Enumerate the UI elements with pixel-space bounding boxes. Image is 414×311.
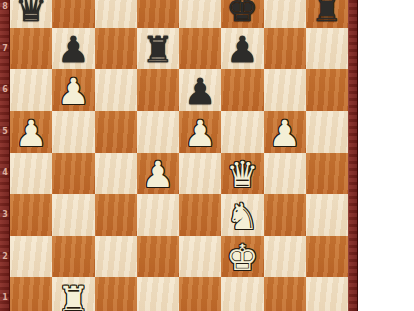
square-a1[interactable] (10, 277, 52, 311)
piece-white-king-f2[interactable]: ♚ (226, 240, 258, 277)
square-e8[interactable] (179, 0, 221, 28)
square-d2[interactable] (137, 236, 179, 278)
square-d6[interactable] (137, 69, 179, 111)
square-b1[interactable]: ♜ (52, 277, 94, 311)
square-g4[interactable] (264, 153, 306, 195)
square-a8[interactable]: ♛ (10, 0, 52, 28)
rank-label-8: 8 (0, 2, 10, 12)
square-b7[interactable]: ♟ (52, 28, 94, 70)
piece-black-pawn-e6[interactable]: ♟ (184, 74, 216, 111)
square-d5[interactable] (137, 111, 179, 153)
square-g3[interactable] (264, 194, 306, 236)
square-b2[interactable] (52, 236, 94, 278)
square-d8[interactable] (137, 0, 179, 28)
piece-white-knight-f3[interactable]: ♞ (226, 199, 258, 236)
rank-label-6: 6 (0, 85, 10, 95)
square-b8[interactable] (52, 0, 94, 28)
chess-board-grid: ♛♚♜♟♜♟♟♟♟♟♟♟♛♞♚♜ (10, 0, 348, 311)
piece-white-pawn-d4[interactable]: ♟ (142, 157, 174, 194)
rank-label-7: 7 (0, 44, 10, 54)
square-e5[interactable]: ♟ (179, 111, 221, 153)
rank-label-2: 2 (0, 252, 10, 262)
square-f5[interactable] (221, 111, 263, 153)
piece-black-queen-a8[interactable]: ♛ (15, 0, 47, 28)
square-a7[interactable] (10, 28, 52, 70)
square-f2[interactable]: ♚ (221, 236, 263, 278)
square-g5[interactable]: ♟ (264, 111, 306, 153)
square-c8[interactable] (95, 0, 137, 28)
piece-white-pawn-a5[interactable]: ♟ (15, 116, 47, 153)
piece-black-rook-h8[interactable]: ♜ (311, 0, 343, 28)
piece-white-pawn-e5[interactable]: ♟ (184, 116, 216, 153)
square-e4[interactable] (179, 153, 221, 195)
piece-white-pawn-g5[interactable]: ♟ (268, 116, 300, 153)
square-b3[interactable] (52, 194, 94, 236)
square-h7[interactable] (306, 28, 348, 70)
square-d4[interactable]: ♟ (137, 153, 179, 195)
rank-label-4: 4 (0, 168, 10, 178)
square-c6[interactable] (95, 69, 137, 111)
rank-label-5: 5 (0, 127, 10, 137)
square-c3[interactable] (95, 194, 137, 236)
square-c5[interactable] (95, 111, 137, 153)
square-h4[interactable] (306, 153, 348, 195)
square-a5[interactable]: ♟ (10, 111, 52, 153)
piece-white-queen-f4[interactable]: ♛ (226, 157, 258, 194)
square-a2[interactable] (10, 236, 52, 278)
square-g2[interactable] (264, 236, 306, 278)
piece-black-king-f8[interactable]: ♚ (226, 0, 258, 28)
square-d7[interactable]: ♜ (137, 28, 179, 70)
square-a4[interactable] (10, 153, 52, 195)
square-a6[interactable] (10, 69, 52, 111)
square-e3[interactable] (179, 194, 221, 236)
square-c4[interactable] (95, 153, 137, 195)
square-a3[interactable] (10, 194, 52, 236)
square-f4[interactable]: ♛ (221, 153, 263, 195)
square-h8[interactable]: ♜ (306, 0, 348, 28)
board-frame-right (348, 0, 358, 311)
square-h1[interactable] (306, 277, 348, 311)
square-e2[interactable] (179, 236, 221, 278)
square-c2[interactable] (95, 236, 137, 278)
square-f3[interactable]: ♞ (221, 194, 263, 236)
square-h5[interactable] (306, 111, 348, 153)
square-b6[interactable]: ♟ (52, 69, 94, 111)
piece-black-pawn-b7[interactable]: ♟ (57, 32, 89, 69)
piece-white-pawn-b6[interactable]: ♟ (57, 74, 89, 111)
square-f1[interactable] (221, 277, 263, 311)
square-e1[interactable] (179, 277, 221, 311)
square-g7[interactable] (264, 28, 306, 70)
square-g1[interactable] (264, 277, 306, 311)
square-h3[interactable] (306, 194, 348, 236)
square-b5[interactable] (52, 111, 94, 153)
chess-board-screenshot: 8 7 6 5 4 3 2 1 ♛♚♜♟♜♟♟♟♟♟♟♟♛♞♚♜ (0, 0, 414, 311)
square-c7[interactable] (95, 28, 137, 70)
square-h6[interactable] (306, 69, 348, 111)
square-b4[interactable] (52, 153, 94, 195)
square-d3[interactable] (137, 194, 179, 236)
square-e7[interactable] (179, 28, 221, 70)
square-g6[interactable] (264, 69, 306, 111)
piece-black-pawn-f7[interactable]: ♟ (226, 32, 258, 69)
square-h2[interactable] (306, 236, 348, 278)
piece-black-rook-d7[interactable]: ♜ (142, 32, 174, 69)
piece-white-rook-b1[interactable]: ♜ (57, 282, 89, 311)
square-f7[interactable]: ♟ (221, 28, 263, 70)
square-d1[interactable] (137, 277, 179, 311)
rank-label-3: 3 (0, 210, 10, 220)
square-e6[interactable]: ♟ (179, 69, 221, 111)
rank-label-1: 1 (0, 293, 10, 303)
square-g8[interactable] (264, 0, 306, 28)
square-f8[interactable]: ♚ (221, 0, 263, 28)
square-c1[interactable] (95, 277, 137, 311)
square-f6[interactable] (221, 69, 263, 111)
